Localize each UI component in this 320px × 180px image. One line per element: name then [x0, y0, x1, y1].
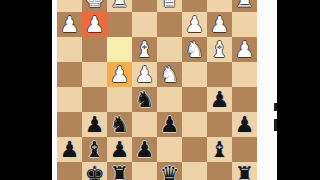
square-h7[interactable]: ♟	[57, 137, 82, 162]
piece-black-pawn-f7[interactable]: ♟	[107, 137, 132, 162]
piece-white-pawn-b2[interactable]: ♟	[207, 12, 232, 37]
square-h4[interactable]	[57, 62, 82, 87]
square-c4[interactable]	[182, 62, 207, 87]
square-b2[interactable]: ♟	[207, 12, 232, 37]
square-e4[interactable]: ♟	[132, 62, 157, 87]
piece-black-rook-a8[interactable]: ♜	[232, 162, 257, 180]
square-e6[interactable]	[132, 112, 157, 137]
square-d4[interactable]: ♞	[157, 62, 182, 87]
square-d7[interactable]	[157, 137, 182, 162]
square-e8[interactable]	[132, 162, 157, 180]
square-f2[interactable]	[107, 12, 132, 37]
square-h6[interactable]	[57, 112, 82, 137]
square-c8[interactable]	[182, 162, 207, 180]
letterbox-bar-right	[277, 0, 320, 180]
square-b7[interactable]: ♝	[207, 137, 232, 162]
piece-black-bishop-b7[interactable]: ♝	[207, 137, 232, 162]
letterbox-bar-left	[0, 0, 52, 180]
square-g8[interactable]: ♚	[82, 162, 107, 180]
piece-black-pawn-b5[interactable]: ♟	[207, 87, 232, 112]
board-margin-right	[257, 0, 277, 180]
piece-white-pawn-h2[interactable]: ♟	[57, 12, 82, 37]
square-g6[interactable]: ♟	[82, 112, 107, 137]
square-a8[interactable]: ♜	[232, 162, 257, 180]
square-e3[interactable]: ♝	[132, 37, 157, 62]
square-h1[interactable]	[57, 0, 82, 12]
square-c3[interactable]: ♞	[182, 37, 207, 62]
square-c6[interactable]	[182, 112, 207, 137]
square-b1[interactable]	[207, 0, 232, 12]
video-frame: ♚♜♛♜♟♟♟♟♝♞♝♟♟♟♞♞♟♟♞♟♟♟♝♟♟♝♚♜♛♜	[0, 0, 320, 180]
square-a5[interactable]	[232, 87, 257, 112]
square-a6[interactable]: ♟	[232, 112, 257, 137]
piece-black-pawn-a6[interactable]: ♟	[232, 112, 257, 137]
square-a4[interactable]	[232, 62, 257, 87]
square-g4[interactable]	[82, 62, 107, 87]
square-f5[interactable]	[107, 87, 132, 112]
piece-black-rook-f8[interactable]: ♜	[107, 162, 132, 180]
piece-black-king-g8[interactable]: ♚	[82, 162, 107, 180]
piece-white-king-g1[interactable]: ♚	[82, 0, 107, 12]
square-d3[interactable]	[157, 37, 182, 62]
square-d5[interactable]	[157, 87, 182, 112]
square-a7[interactable]	[232, 137, 257, 162]
square-c2[interactable]: ♟	[182, 12, 207, 37]
square-e7[interactable]: ♟	[132, 137, 157, 162]
chess-board[interactable]: ♚♜♛♜♟♟♟♟♝♞♝♟♟♟♞♞♟♟♞♟♟♟♝♟♟♝♚♜♛♜	[57, 0, 257, 180]
square-f7[interactable]: ♟	[107, 137, 132, 162]
square-b6[interactable]	[207, 112, 232, 137]
square-d8[interactable]: ♛	[157, 162, 182, 180]
piece-white-bishop-b3[interactable]: ♝	[207, 37, 232, 62]
square-e1[interactable]	[132, 0, 157, 12]
square-b3[interactable]: ♝	[207, 37, 232, 62]
piece-black-queen-d8[interactable]: ♛	[157, 162, 182, 180]
square-h5[interactable]	[57, 87, 82, 112]
piece-white-rook-f1[interactable]: ♜	[107, 0, 132, 12]
square-a2[interactable]	[232, 12, 257, 37]
piece-white-pawn-g2[interactable]: ♟	[82, 12, 107, 37]
square-f1[interactable]: ♜	[107, 0, 132, 12]
piece-black-bishop-g7[interactable]: ♝	[82, 137, 107, 162]
piece-white-pawn-c2[interactable]: ♟	[182, 12, 207, 37]
square-g5[interactable]	[82, 87, 107, 112]
square-a1[interactable]: ♜	[232, 0, 257, 12]
square-b8[interactable]	[207, 162, 232, 180]
square-a3[interactable]: ♟	[232, 37, 257, 62]
piece-white-queen-d1[interactable]: ♛	[157, 0, 182, 12]
square-g2[interactable]: ♟	[82, 12, 107, 37]
piece-black-knight-f6[interactable]: ♞	[107, 112, 132, 137]
piece-black-pawn-g6[interactable]: ♟	[82, 112, 107, 137]
square-g3[interactable]	[82, 37, 107, 62]
piece-white-knight-c3[interactable]: ♞	[182, 37, 207, 62]
square-h2[interactable]: ♟	[57, 12, 82, 37]
square-f4[interactable]: ♟	[107, 62, 132, 87]
piece-black-knight-e5[interactable]: ♞	[132, 87, 157, 112]
square-b4[interactable]	[207, 62, 232, 87]
square-e5[interactable]: ♞	[132, 87, 157, 112]
piece-white-pawn-a3[interactable]: ♟	[232, 37, 257, 62]
square-d2[interactable]	[157, 12, 182, 37]
piece-white-bishop-e3[interactable]: ♝	[132, 37, 157, 62]
square-c7[interactable]	[182, 137, 207, 162]
piece-white-knight-d4[interactable]: ♞	[157, 62, 182, 87]
square-d1[interactable]: ♛	[157, 0, 182, 12]
square-f8[interactable]: ♜	[107, 162, 132, 180]
piece-black-pawn-d6[interactable]: ♟	[157, 112, 182, 137]
square-g7[interactable]: ♝	[82, 137, 107, 162]
square-d6[interactable]: ♟	[157, 112, 182, 137]
piece-white-pawn-f4[interactable]: ♟	[107, 62, 132, 87]
square-c5[interactable]	[182, 87, 207, 112]
square-b5[interactable]: ♟	[207, 87, 232, 112]
piece-white-pawn-e4[interactable]: ♟	[132, 62, 157, 87]
piece-black-pawn-e7[interactable]: ♟	[132, 137, 157, 162]
piece-black-pawn-h7[interactable]: ♟	[57, 137, 82, 162]
square-f6[interactable]: ♞	[107, 112, 132, 137]
square-c1[interactable]	[182, 0, 207, 12]
crop-artifact	[274, 119, 277, 131]
square-h3[interactable]	[57, 37, 82, 62]
piece-white-rook-a1[interactable]: ♜	[232, 0, 257, 12]
square-g1[interactable]: ♚	[82, 0, 107, 12]
square-e2[interactable]	[132, 12, 157, 37]
square-h8[interactable]	[57, 162, 82, 180]
crop-artifact	[274, 103, 277, 111]
square-f3[interactable]	[107, 37, 132, 62]
